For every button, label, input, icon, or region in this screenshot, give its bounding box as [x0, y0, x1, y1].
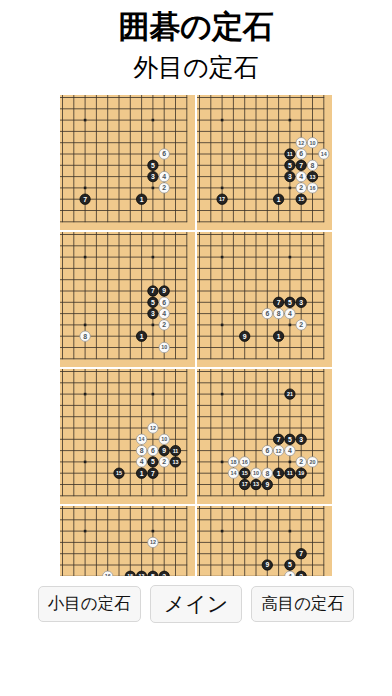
svg-text:11: 11	[287, 470, 293, 476]
svg-text:2: 2	[162, 458, 166, 465]
svg-text:3: 3	[299, 299, 303, 306]
joseki-diagram-8[interactable]: 34579	[197, 506, 332, 576]
svg-text:3: 3	[299, 436, 303, 443]
svg-text:8: 8	[311, 162, 315, 169]
svg-text:1: 1	[277, 470, 281, 477]
svg-text:2: 2	[299, 184, 303, 191]
svg-text:14: 14	[139, 436, 145, 442]
svg-text:3: 3	[151, 310, 155, 317]
go-board: 3512131516	[60, 506, 195, 576]
joseki-diagram-3[interactable]: 12345678910	[60, 232, 195, 367]
svg-text:5: 5	[288, 561, 292, 568]
svg-text:4: 4	[162, 310, 166, 317]
svg-text:7: 7	[299, 550, 303, 557]
header: 囲碁の定石 外目の定石	[0, 8, 392, 82]
svg-text:3: 3	[288, 173, 292, 180]
svg-text:13: 13	[310, 174, 316, 180]
joseki-diagram-1[interactable]: 1234567	[60, 95, 195, 230]
svg-text:10: 10	[310, 140, 316, 146]
svg-text:15: 15	[298, 196, 304, 202]
svg-text:14: 14	[230, 470, 236, 476]
svg-text:11: 11	[173, 448, 179, 454]
svg-text:7: 7	[299, 162, 303, 169]
svg-text:15: 15	[127, 573, 133, 576]
svg-text:2: 2	[299, 321, 303, 328]
go-board: 123456781011121314151617	[197, 95, 332, 230]
joseki-diagram-7[interactable]: 3512131516	[60, 506, 195, 576]
svg-text:9: 9	[265, 561, 269, 568]
joseki-diagram-5[interactable]: 12456789101112131415	[60, 369, 195, 504]
svg-text:3: 3	[162, 573, 166, 576]
svg-text:2: 2	[162, 321, 166, 328]
svg-text:5: 5	[151, 299, 155, 306]
svg-text:5: 5	[288, 162, 292, 169]
go-board: 1234567	[60, 95, 195, 230]
svg-text:5: 5	[151, 573, 155, 576]
joseki-diagram-grid: 1234567 123456781011121314151617 1234567…	[60, 95, 332, 576]
svg-text:1: 1	[140, 333, 144, 340]
svg-text:5: 5	[288, 436, 292, 443]
svg-text:5: 5	[151, 458, 155, 465]
svg-text:2: 2	[299, 458, 303, 465]
svg-text:8: 8	[83, 333, 87, 340]
svg-text:12: 12	[276, 448, 282, 454]
svg-text:12: 12	[150, 425, 156, 431]
svg-text:7: 7	[277, 299, 281, 306]
svg-text:18: 18	[230, 459, 236, 465]
svg-text:21: 21	[287, 391, 293, 397]
svg-text:8: 8	[265, 470, 269, 477]
svg-text:10: 10	[161, 436, 167, 442]
svg-text:13: 13	[173, 459, 179, 465]
svg-text:9: 9	[162, 287, 166, 294]
svg-text:6: 6	[151, 447, 155, 454]
main-button[interactable]: メイン	[150, 585, 242, 623]
takamoku-joseki-button[interactable]: 高目の定石	[251, 586, 354, 622]
go-board: 123456789	[197, 232, 332, 367]
svg-text:9: 9	[162, 447, 166, 454]
svg-text:1: 1	[140, 470, 144, 477]
svg-text:7: 7	[277, 436, 281, 443]
svg-text:1: 1	[277, 333, 281, 340]
svg-text:12: 12	[298, 140, 304, 146]
svg-text:6: 6	[265, 310, 269, 317]
komoku-joseki-button[interactable]: 小目の定石	[38, 586, 141, 622]
svg-text:4: 4	[140, 458, 144, 465]
svg-text:6: 6	[162, 150, 166, 157]
svg-text:15: 15	[116, 470, 122, 476]
svg-text:17: 17	[242, 481, 248, 487]
joseki-diagram-6[interactable]: 123456789101112131415161718192021	[197, 369, 332, 504]
svg-text:9: 9	[265, 481, 269, 488]
svg-text:6: 6	[265, 447, 269, 454]
svg-text:14: 14	[321, 151, 327, 157]
svg-text:7: 7	[151, 470, 155, 477]
joseki-diagram-4[interactable]: 123456789	[197, 232, 332, 367]
svg-text:5: 5	[288, 299, 292, 306]
svg-text:10: 10	[253, 470, 259, 476]
page-title: 囲碁の定石	[0, 8, 392, 46]
joseki-diagram-2[interactable]: 123456781011121314151617	[197, 95, 332, 230]
go-board: 34579	[197, 506, 332, 576]
go-board: 12456789101112131415	[60, 369, 195, 504]
svg-text:8: 8	[277, 310, 281, 317]
svg-text:7: 7	[151, 287, 155, 294]
svg-text:9: 9	[243, 333, 247, 340]
svg-text:19: 19	[298, 470, 304, 476]
svg-text:5: 5	[151, 162, 155, 169]
svg-text:6: 6	[162, 299, 166, 306]
svg-text:10: 10	[161, 344, 167, 350]
svg-text:15: 15	[242, 470, 248, 476]
svg-text:8: 8	[140, 447, 144, 454]
svg-text:1: 1	[140, 196, 144, 203]
svg-text:16: 16	[310, 185, 316, 191]
svg-text:16: 16	[242, 459, 248, 465]
svg-text:12: 12	[150, 539, 156, 545]
svg-text:11: 11	[287, 151, 293, 157]
svg-text:1: 1	[277, 196, 281, 203]
svg-text:4: 4	[288, 310, 292, 317]
svg-text:13: 13	[139, 573, 145, 576]
svg-text:7: 7	[83, 196, 87, 203]
go-board: 123456789101112131415161718192021	[197, 369, 332, 504]
svg-text:3: 3	[299, 573, 303, 576]
svg-text:3: 3	[151, 173, 155, 180]
svg-text:4: 4	[288, 447, 292, 454]
svg-text:6: 6	[299, 150, 303, 157]
svg-text:20: 20	[310, 459, 316, 465]
footer-nav: 小目の定石 メイン 高目の定石	[0, 585, 392, 623]
svg-text:4: 4	[299, 173, 303, 180]
svg-text:4: 4	[162, 173, 166, 180]
svg-text:16: 16	[105, 573, 111, 576]
svg-text:13: 13	[253, 481, 259, 487]
go-board: 12345678910	[60, 232, 195, 367]
page-subtitle: 外目の定石	[0, 52, 392, 82]
svg-text:17: 17	[219, 196, 225, 202]
svg-text:2: 2	[162, 184, 166, 191]
svg-text:4: 4	[288, 573, 292, 576]
